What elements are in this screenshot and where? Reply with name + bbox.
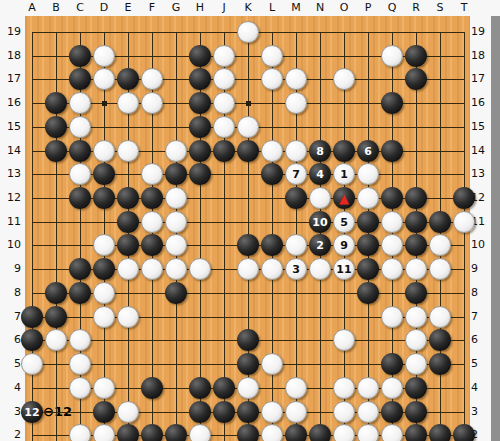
white-stone: 1	[333, 163, 355, 185]
row-label-left: 18	[1, 49, 21, 63]
black-stone	[405, 45, 427, 67]
white-stone: 7	[285, 163, 307, 185]
white-stone	[213, 68, 235, 90]
row-label-right: 15	[471, 120, 491, 134]
black-stone	[117, 424, 139, 441]
row-label-right: 17	[471, 72, 491, 86]
white-stone	[333, 377, 355, 399]
white-stone	[381, 306, 403, 328]
row-label-left: 12	[1, 191, 21, 205]
column-label: P	[358, 1, 378, 15]
black-stone	[69, 68, 91, 90]
move-number: 7	[286, 164, 306, 184]
star-point	[246, 101, 251, 106]
grid-vertical-line	[464, 32, 465, 441]
row-label-left: 19	[1, 25, 21, 39]
black-stone	[45, 282, 67, 304]
row-label-left: 6	[1, 333, 21, 347]
black-stone: 2	[309, 234, 331, 256]
white-stone	[357, 377, 379, 399]
white-stone	[69, 377, 91, 399]
black-stone	[381, 401, 403, 423]
row-label-left: 14	[1, 144, 21, 158]
row-label-left: 4	[1, 381, 21, 395]
black-stone: 6	[357, 140, 379, 162]
black-stone	[405, 401, 427, 423]
white-stone	[357, 424, 379, 441]
white-stone	[141, 92, 163, 114]
black-stone	[189, 68, 211, 90]
white-stone	[357, 401, 379, 423]
black-stone	[237, 401, 259, 423]
row-label-left: 13	[1, 167, 21, 181]
row-label-right: 13	[471, 167, 491, 181]
black-stone	[405, 68, 427, 90]
white-stone	[69, 163, 91, 185]
column-label: K	[238, 1, 258, 15]
column-label: D	[94, 1, 114, 15]
black-stone	[357, 258, 379, 280]
column-label: J	[214, 1, 234, 15]
column-label: Q	[382, 1, 402, 15]
black-stone	[45, 116, 67, 138]
row-label-right: 18	[471, 49, 491, 63]
row-label-right: 8	[471, 286, 491, 300]
black-stone	[93, 187, 115, 209]
black-stone	[93, 258, 115, 280]
black-stone	[237, 424, 259, 441]
white-stone	[285, 401, 307, 423]
white-stone	[429, 258, 451, 280]
black-stone	[429, 329, 451, 351]
black-stone	[333, 140, 355, 162]
white-stone	[93, 68, 115, 90]
black-stone	[93, 401, 115, 423]
black-stone: 8	[309, 140, 331, 162]
white-stone	[69, 116, 91, 138]
row-label-right: 6	[471, 333, 491, 347]
white-stone	[261, 424, 283, 441]
white-stone: 11	[333, 258, 355, 280]
row-label-right: 10	[471, 238, 491, 252]
black-stone	[165, 424, 187, 441]
white-stone	[309, 258, 331, 280]
move-number: 2	[309, 234, 331, 256]
white-stone	[117, 306, 139, 328]
row-label-left: 15	[1, 120, 21, 134]
white-stone	[237, 21, 259, 43]
move-number: 1	[334, 164, 354, 184]
white-stone	[117, 140, 139, 162]
black-stone	[405, 377, 427, 399]
black-stone	[117, 234, 139, 256]
row-label-left: 7	[1, 310, 21, 324]
black-stone	[189, 401, 211, 423]
row-label-right: 5	[471, 357, 491, 371]
move-number: 8	[309, 140, 331, 162]
black-stone	[429, 424, 451, 441]
black-stone	[21, 329, 43, 351]
grid-vertical-line	[32, 32, 33, 441]
white-stone	[261, 353, 283, 375]
white-stone: 3	[285, 258, 307, 280]
white-stone	[237, 258, 259, 280]
black-stone	[429, 211, 451, 233]
black-stone	[237, 140, 259, 162]
black-stone	[405, 211, 427, 233]
black-stone	[213, 140, 235, 162]
white-stone	[429, 306, 451, 328]
white-stone	[165, 258, 187, 280]
black-stone	[237, 353, 259, 375]
black-stone	[405, 282, 427, 304]
black-stone	[141, 424, 163, 441]
white-stone	[69, 92, 91, 114]
black-stone	[453, 187, 475, 209]
white-stone	[93, 45, 115, 67]
white-stone	[261, 45, 283, 67]
white-stone	[285, 234, 307, 256]
white-stone	[165, 211, 187, 233]
move-number: 5	[334, 212, 354, 232]
black-stone	[21, 306, 43, 328]
move-number: 11	[334, 259, 354, 279]
black-stone	[261, 234, 283, 256]
row-label-left: 3	[1, 405, 21, 419]
white-stone	[333, 401, 355, 423]
black-stone	[237, 234, 259, 256]
white-stone	[285, 92, 307, 114]
black-stone	[117, 211, 139, 233]
row-label-left: 16	[1, 96, 21, 110]
white-stone	[69, 353, 91, 375]
column-label: E	[118, 1, 138, 15]
white-stone	[285, 377, 307, 399]
column-label: L	[262, 1, 282, 15]
black-stone: 10	[309, 211, 331, 233]
black-stone: 4	[309, 163, 331, 185]
black-stone	[357, 211, 379, 233]
black-stone	[189, 163, 211, 185]
row-label-right: 4	[471, 381, 491, 395]
white-stone	[261, 258, 283, 280]
white-stone	[93, 140, 115, 162]
black-stone	[165, 163, 187, 185]
row-label-left: 8	[1, 286, 21, 300]
white-stone	[93, 306, 115, 328]
black-stone	[285, 424, 307, 441]
black-stone	[405, 187, 427, 209]
white-stone: 5	[333, 211, 355, 233]
white-stone	[429, 234, 451, 256]
row-label-right: 16	[471, 96, 491, 110]
row-label-right: 7	[471, 310, 491, 324]
move-number: 12	[21, 401, 43, 423]
move-number: 4	[309, 163, 331, 185]
star-point	[102, 101, 107, 106]
black-stone	[141, 377, 163, 399]
black-stone	[381, 353, 403, 375]
black-stone	[357, 234, 379, 256]
white-stone	[69, 329, 91, 351]
column-label: S	[430, 1, 450, 15]
black-stone	[69, 140, 91, 162]
white-stone	[93, 282, 115, 304]
black-stone	[189, 377, 211, 399]
white-stone	[93, 424, 115, 441]
white-stone	[213, 116, 235, 138]
black-stone	[165, 282, 187, 304]
black-stone	[93, 163, 115, 185]
white-stone	[21, 353, 43, 375]
column-label: B	[46, 1, 66, 15]
triangle-marker-icon: ▲	[333, 187, 355, 209]
white-stone	[381, 424, 403, 441]
column-label: N	[310, 1, 330, 15]
row-label-left: 10	[1, 238, 21, 252]
black-stone	[453, 424, 475, 441]
black-stone	[189, 45, 211, 67]
white-stone	[93, 234, 115, 256]
black-stone	[381, 140, 403, 162]
white-stone	[453, 211, 475, 233]
white-stone	[165, 234, 187, 256]
white-stone	[333, 424, 355, 441]
white-stone: 9	[333, 234, 355, 256]
column-label: F	[142, 1, 162, 15]
move-number: 3	[286, 259, 306, 279]
row-label-left: 5	[1, 357, 21, 371]
white-stone	[405, 306, 427, 328]
black-stone	[69, 187, 91, 209]
black-stone	[357, 282, 379, 304]
white-stone	[93, 377, 115, 399]
white-stone	[141, 258, 163, 280]
white-stone	[405, 329, 427, 351]
white-stone	[309, 187, 331, 209]
white-stone	[237, 377, 259, 399]
black-stone	[45, 306, 67, 328]
column-label: C	[70, 1, 90, 15]
scrollbar[interactable]	[491, 16, 500, 441]
white-stone	[381, 377, 403, 399]
column-label: H	[190, 1, 210, 15]
white-stone	[189, 424, 211, 441]
black-stone	[213, 377, 235, 399]
white-stone	[189, 258, 211, 280]
white-stone	[213, 45, 235, 67]
black-stone	[189, 116, 211, 138]
black-stone	[117, 187, 139, 209]
row-label-right: 19	[471, 25, 491, 39]
white-stone	[237, 116, 259, 138]
white-stone	[333, 329, 355, 351]
black-stone	[45, 92, 67, 114]
row-label-right: 9	[471, 262, 491, 276]
move-number: 6	[357, 140, 379, 162]
white-stone	[141, 211, 163, 233]
black-stone	[141, 234, 163, 256]
column-label: M	[286, 1, 306, 15]
white-stone	[405, 353, 427, 375]
white-stone	[165, 187, 187, 209]
white-stone	[69, 424, 91, 441]
row-label-left: 2	[1, 428, 21, 441]
go-board-app: ⊖12 ABCDEFGHJKLMNOPQRST19191818171716161…	[0, 0, 500, 441]
black-stone	[405, 424, 427, 441]
white-stone	[141, 163, 163, 185]
black-stone	[381, 187, 403, 209]
column-label: O	[334, 1, 354, 15]
black-stone	[69, 282, 91, 304]
black-stone	[189, 92, 211, 114]
row-label-left: 11	[1, 215, 21, 229]
move-number: 9	[334, 235, 354, 255]
white-stone	[45, 329, 67, 351]
black-stone	[45, 140, 67, 162]
black-stone	[213, 401, 235, 423]
black-stone	[117, 68, 139, 90]
black-stone	[69, 258, 91, 280]
white-stone	[333, 68, 355, 90]
black-stone: ▲	[333, 187, 355, 209]
white-stone	[381, 211, 403, 233]
white-stone	[381, 234, 403, 256]
row-label-left: 17	[1, 72, 21, 86]
white-stone	[213, 92, 235, 114]
white-stone	[285, 68, 307, 90]
white-stone	[381, 258, 403, 280]
white-stone	[165, 140, 187, 162]
white-stone	[357, 163, 379, 185]
black-stone	[189, 140, 211, 162]
white-stone	[381, 45, 403, 67]
column-label: G	[166, 1, 186, 15]
black-stone	[309, 424, 331, 441]
white-stone	[405, 258, 427, 280]
black-stone	[381, 92, 403, 114]
black-stone: 12	[21, 401, 43, 423]
column-label: T	[454, 1, 474, 15]
black-stone	[261, 163, 283, 185]
white-stone	[285, 140, 307, 162]
black-stone	[285, 187, 307, 209]
row-label-right: 14	[471, 144, 491, 158]
white-stone	[261, 401, 283, 423]
move-number: 10	[309, 211, 331, 233]
black-stone	[405, 234, 427, 256]
white-stone	[261, 140, 283, 162]
black-stone	[141, 187, 163, 209]
column-label: A	[22, 1, 42, 15]
white-stone	[357, 187, 379, 209]
white-stone	[117, 401, 139, 423]
white-stone	[141, 68, 163, 90]
column-label: R	[406, 1, 426, 15]
white-stone	[117, 258, 139, 280]
row-label-right: 3	[471, 405, 491, 419]
white-stone	[261, 68, 283, 90]
black-stone	[69, 45, 91, 67]
row-label-left: 9	[1, 262, 21, 276]
black-stone	[237, 329, 259, 351]
black-stone	[429, 353, 451, 375]
white-stone	[117, 92, 139, 114]
